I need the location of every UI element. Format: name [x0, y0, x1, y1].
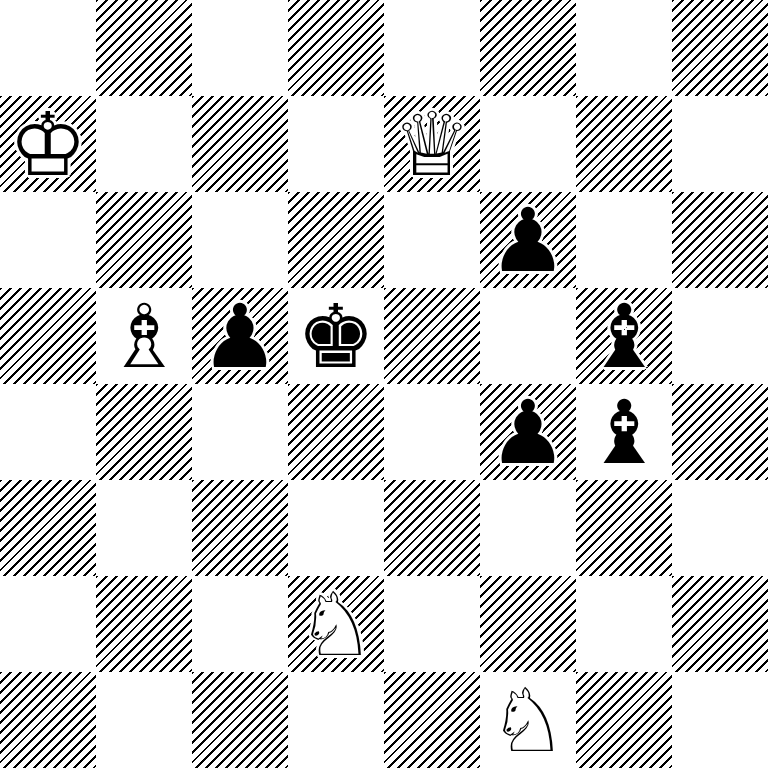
square-g8[interactable]: [576, 0, 672, 96]
piece-black-bishop[interactable]: ♝♝: [576, 384, 672, 480]
square-d4[interactable]: [288, 384, 384, 480]
piece-black-pawn[interactable]: ♟♟: [480, 384, 576, 480]
square-b2[interactable]: [96, 576, 192, 672]
square-g1[interactable]: [576, 672, 672, 768]
square-a8[interactable]: [0, 0, 96, 96]
piece-white-knight[interactable]: ♞♘: [288, 576, 384, 672]
piece-face-glyph: ♟: [192, 288, 288, 384]
square-f3[interactable]: [480, 480, 576, 576]
square-f4[interactable]: ♟♟: [480, 384, 576, 480]
piece-face-glyph: ♟: [480, 384, 576, 480]
piece-black-pawn[interactable]: ♟♟: [480, 192, 576, 288]
square-h5[interactable]: [672, 288, 768, 384]
piece-black-bishop[interactable]: ♝♝: [576, 288, 672, 384]
square-e3[interactable]: [384, 480, 480, 576]
piece-white-bishop[interactable]: ♝♗: [96, 288, 192, 384]
piece-face-glyph: ♟: [480, 192, 576, 288]
piece-face-glyph: ♘: [288, 576, 384, 672]
square-h2[interactable]: [672, 576, 768, 672]
square-f1[interactable]: ♞♘: [480, 672, 576, 768]
square-e2[interactable]: [384, 576, 480, 672]
piece-face-glyph: ♘: [480, 672, 576, 768]
square-b1[interactable]: [96, 672, 192, 768]
square-h6[interactable]: [672, 192, 768, 288]
square-h4[interactable]: [672, 384, 768, 480]
square-g4[interactable]: ♝♝: [576, 384, 672, 480]
square-a6[interactable]: [0, 192, 96, 288]
square-d2[interactable]: ♞♘: [288, 576, 384, 672]
square-g3[interactable]: [576, 480, 672, 576]
square-g6[interactable]: [576, 192, 672, 288]
square-a5[interactable]: [0, 288, 96, 384]
square-c1[interactable]: [192, 672, 288, 768]
square-c4[interactable]: [192, 384, 288, 480]
piece-white-knight[interactable]: ♞♘: [480, 672, 576, 768]
square-e1[interactable]: [384, 672, 480, 768]
piece-face-glyph: ♗: [96, 288, 192, 384]
piece-white-queen[interactable]: ♛♕: [384, 96, 480, 192]
square-e5[interactable]: [384, 288, 480, 384]
square-c2[interactable]: [192, 576, 288, 672]
square-f7[interactable]: [480, 96, 576, 192]
square-f2[interactable]: [480, 576, 576, 672]
square-c6[interactable]: [192, 192, 288, 288]
chess-diagram: ♚♔♛♕♟♟♝♗♟♟♚♚♝♝♟♟♝♝♞♘♞♘: [0, 0, 768, 768]
piece-black-pawn[interactable]: ♟♟: [192, 288, 288, 384]
square-h1[interactable]: [672, 672, 768, 768]
square-c8[interactable]: [192, 0, 288, 96]
piece-white-king[interactable]: ♚♔: [0, 96, 96, 192]
square-b4[interactable]: [96, 384, 192, 480]
square-c5[interactable]: ♟♟: [192, 288, 288, 384]
piece-face-glyph: ♝: [576, 384, 672, 480]
square-g2[interactable]: [576, 576, 672, 672]
square-c7[interactable]: [192, 96, 288, 192]
square-d6[interactable]: [288, 192, 384, 288]
piece-face-glyph: ♕: [384, 96, 480, 192]
square-b6[interactable]: [96, 192, 192, 288]
square-d3[interactable]: [288, 480, 384, 576]
square-d7[interactable]: [288, 96, 384, 192]
square-a1[interactable]: [0, 672, 96, 768]
square-d5[interactable]: ♚♚: [288, 288, 384, 384]
square-f6[interactable]: ♟♟: [480, 192, 576, 288]
chessboard: ♚♔♛♕♟♟♝♗♟♟♚♚♝♝♟♟♝♝♞♘♞♘: [0, 0, 768, 768]
square-g5[interactable]: ♝♝: [576, 288, 672, 384]
square-b5[interactable]: ♝♗: [96, 288, 192, 384]
square-e8[interactable]: [384, 0, 480, 96]
square-g7[interactable]: [576, 96, 672, 192]
piece-black-king[interactable]: ♚♚: [288, 288, 384, 384]
square-c3[interactable]: [192, 480, 288, 576]
square-f8[interactable]: [480, 0, 576, 96]
piece-face-glyph: ♔: [0, 96, 96, 192]
square-a4[interactable]: [0, 384, 96, 480]
square-f5[interactable]: [480, 288, 576, 384]
piece-face-glyph: ♚: [288, 288, 384, 384]
square-e6[interactable]: [384, 192, 480, 288]
square-b8[interactable]: [96, 0, 192, 96]
square-d8[interactable]: [288, 0, 384, 96]
square-b3[interactable]: [96, 480, 192, 576]
square-a7[interactable]: ♚♔: [0, 96, 96, 192]
square-e7[interactable]: ♛♕: [384, 96, 480, 192]
square-a2[interactable]: [0, 576, 96, 672]
square-e4[interactable]: [384, 384, 480, 480]
square-d1[interactable]: [288, 672, 384, 768]
piece-face-glyph: ♝: [576, 288, 672, 384]
square-h8[interactable]: [672, 0, 768, 96]
square-a3[interactable]: [0, 480, 96, 576]
square-h3[interactable]: [672, 480, 768, 576]
square-b7[interactable]: [96, 96, 192, 192]
square-h7[interactable]: [672, 96, 768, 192]
